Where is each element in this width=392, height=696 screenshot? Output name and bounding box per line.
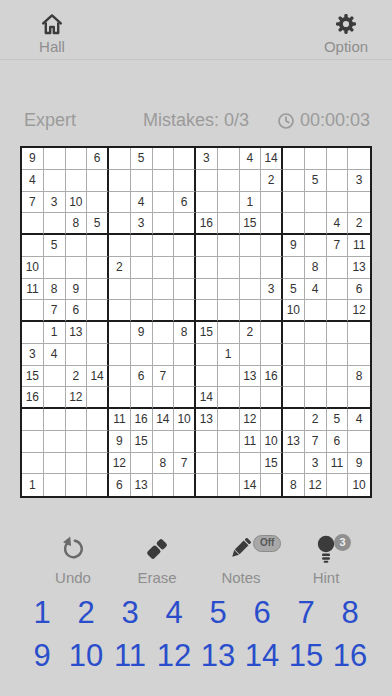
grid-cell[interactable] [174,235,196,257]
grid-cell[interactable] [44,431,66,453]
grid-cell[interactable]: 14 [153,409,175,431]
grid-cell[interactable] [348,431,370,453]
grid-cell[interactable] [109,387,131,409]
grid-cell[interactable] [218,235,240,257]
grid-cell[interactable] [261,300,283,322]
grid-cell[interactable] [44,387,66,409]
grid-cell[interactable]: 8 [283,474,305,496]
grid-cell[interactable] [87,474,109,496]
grid-cell[interactable]: 6 [174,192,196,214]
grid-cell[interactable] [109,300,131,322]
grid-cell[interactable] [218,170,240,192]
grid-cell[interactable]: 1 [240,192,262,214]
grid-cell[interactable]: 5 [283,279,305,301]
grid-cell[interactable]: 5 [131,148,153,170]
grid-cell[interactable] [22,453,44,475]
grid-cell[interactable] [305,344,327,366]
numpad-key-7[interactable]: 7 [284,594,328,630]
grid-cell[interactable] [218,192,240,214]
grid-cell[interactable] [22,431,44,453]
grid-cell[interactable]: 3 [22,344,44,366]
grid-cell[interactable] [305,148,327,170]
grid-cell[interactable]: 16 [196,213,218,235]
grid-cell[interactable] [174,344,196,366]
grid-cell[interactable]: 14 [87,366,109,388]
notes-button[interactable]: Off Notes [209,530,273,586]
grid-cell[interactable] [218,453,240,475]
grid-cell[interactable] [327,279,349,301]
grid-cell[interactable] [44,366,66,388]
grid-cell[interactable] [196,366,218,388]
grid-cell[interactable]: 4 [348,409,370,431]
grid-cell[interactable] [348,148,370,170]
grid-cell[interactable]: 6 [109,474,131,496]
grid-cell[interactable] [261,192,283,214]
grid-cell[interactable]: 1 [44,322,66,344]
grid-cell[interactable] [348,344,370,366]
numpad-key-12[interactable]: 12 [152,637,196,673]
grid-cell[interactable]: 8 [174,322,196,344]
grid-cell[interactable]: 4 [240,148,262,170]
grid-cell[interactable] [305,235,327,257]
grid-cell[interactable] [327,366,349,388]
grid-cell[interactable] [218,279,240,301]
grid-cell[interactable] [218,213,240,235]
grid-cell[interactable]: 3 [348,170,370,192]
sudoku-app: Hall Option Expert Mista [0,0,392,696]
grid-cell[interactable] [153,170,175,192]
grid-cell[interactable] [87,322,109,344]
grid-cell[interactable] [66,431,88,453]
grid-cell[interactable]: 9 [348,453,370,475]
grid-cell[interactable]: 5 [327,409,349,431]
grid-cell[interactable] [153,300,175,322]
grid-cell[interactable]: 4 [131,192,153,214]
eraser-icon [141,533,173,565]
grid-cell[interactable] [44,453,66,475]
grid-cell[interactable] [174,148,196,170]
grid-cell[interactable] [174,170,196,192]
grid-cell[interactable]: 3 [196,148,218,170]
grid-cell[interactable] [240,235,262,257]
grid-cell[interactable]: 9 [131,322,153,344]
hall-label: Hall [22,38,82,55]
grid-cell[interactable] [196,279,218,301]
grid-cell[interactable]: 12 [348,300,370,322]
grid-cell[interactable]: 11 [240,431,262,453]
grid-cell[interactable] [87,170,109,192]
grid-cell[interactable]: 11 [327,453,349,475]
grid-cell[interactable]: 15 [22,366,44,388]
mistakes-counter: Mistakes: 0/3 [143,110,249,131]
undo-button[interactable]: Undo [41,530,105,586]
grid-cell[interactable]: 2 [240,322,262,344]
grid-cell[interactable]: 12 [109,453,131,475]
grid-cell[interactable] [283,344,305,366]
grid-cell[interactable] [131,453,153,475]
grid-cell[interactable] [196,257,218,279]
grid-cell[interactable]: 2 [348,213,370,235]
grid-cell[interactable]: 12 [305,474,327,496]
grid-cell[interactable] [87,453,109,475]
notes-off-badge: Off [253,535,281,552]
grid-cell[interactable] [348,387,370,409]
grid-cell[interactable] [240,300,262,322]
grid-cell[interactable] [66,257,88,279]
grid-cell[interactable] [283,192,305,214]
grid-cell[interactable]: 8 [66,213,88,235]
grid-cell[interactable] [131,235,153,257]
grid-cell[interactable]: 4 [44,344,66,366]
grid-cell[interactable] [261,474,283,496]
grid-cell[interactable]: 14 [261,148,283,170]
grid-cell[interactable] [305,213,327,235]
grid-cell[interactable] [240,170,262,192]
grid-cell[interactable]: 10 [22,257,44,279]
grid-cell[interactable] [240,387,262,409]
grid-cell[interactable] [196,431,218,453]
grid-cell[interactable] [87,431,109,453]
grid-cell[interactable]: 10 [261,431,283,453]
grid-cell[interactable] [131,170,153,192]
grid-cell[interactable]: 8 [153,453,175,475]
grid-cell[interactable]: 8 [44,279,66,301]
numpad-key-5[interactable]: 5 [196,594,240,630]
grid-cell[interactable] [109,148,131,170]
grid-cell[interactable]: 15 [240,213,262,235]
grid-cell[interactable] [109,213,131,235]
grid-cell[interactable] [196,235,218,257]
numpad-key-14[interactable]: 14 [240,637,284,673]
grid-cell[interactable] [44,213,66,235]
grid-cell[interactable]: 9 [66,279,88,301]
grid-cell[interactable] [327,322,349,344]
grid-cell[interactable]: 10 [66,192,88,214]
numpad-key-3[interactable]: 3 [108,594,152,630]
grid-cell[interactable]: 13 [196,409,218,431]
grid-cell[interactable]: 9 [22,148,44,170]
grid-cell[interactable] [44,148,66,170]
grid-cell[interactable] [109,235,131,257]
grid-cell[interactable]: 11 [22,279,44,301]
grid-cell[interactable] [153,235,175,257]
grid-cell[interactable]: 1 [22,474,44,496]
grid-cell[interactable] [44,257,66,279]
numpad-key-16[interactable]: 16 [328,637,372,673]
grid-cell[interactable]: 2 [109,257,131,279]
grid-cell[interactable]: 4 [22,170,44,192]
grid-cell[interactable] [218,409,240,431]
grid-cell[interactable] [153,322,175,344]
grid-cell[interactable] [283,387,305,409]
grid-cell[interactable] [218,300,240,322]
grid-cell[interactable] [218,257,240,279]
grid-cell[interactable] [153,257,175,279]
grid-cell[interactable]: 15 [261,453,283,475]
grid-cell[interactable] [174,366,196,388]
grid-cell[interactable] [305,387,327,409]
grid-cell[interactable]: 11 [109,409,131,431]
numpad-key-2[interactable]: 2 [64,594,108,630]
grid-cell[interactable] [283,366,305,388]
grid-cell[interactable] [22,322,44,344]
grid-cell[interactable] [218,431,240,453]
grid-cell[interactable] [261,344,283,366]
numpad-key-13[interactable]: 13 [196,637,240,673]
grid-cell[interactable] [348,322,370,344]
grid-cell[interactable] [87,279,109,301]
grid-cell[interactable] [66,453,88,475]
grid-cell[interactable]: 13 [240,366,262,388]
numpad-key-4[interactable]: 4 [152,594,196,630]
grid-cell[interactable] [44,474,66,496]
numpad-key-9[interactable]: 9 [20,637,64,673]
grid-cell[interactable] [87,257,109,279]
grid-cell[interactable] [109,322,131,344]
grid-cell[interactable] [153,148,175,170]
grid-cell[interactable] [348,192,370,214]
grid-cell[interactable] [44,409,66,431]
numpad-row-2: 910111213141516 [20,637,372,673]
grid-cell[interactable]: 2 [66,366,88,388]
numpad-key-11[interactable]: 11 [108,637,152,673]
grid-cell[interactable] [174,431,196,453]
hint-button[interactable]: 3 Hint [294,530,358,586]
grid-cell[interactable] [240,279,262,301]
erase-label: Erase [125,569,189,586]
grid-cell[interactable]: 2 [261,170,283,192]
grid-cell[interactable] [327,257,349,279]
grid-cell[interactable]: 10 [348,474,370,496]
grid-cell[interactable] [131,344,153,366]
grid-cell[interactable]: 7 [327,235,349,257]
pencil-icon [225,533,257,565]
grid-cell[interactable] [327,474,349,496]
grid-cell[interactable]: 12 [240,409,262,431]
grid-cell[interactable] [153,474,175,496]
grid-cell[interactable] [327,148,349,170]
grid-cell[interactable] [153,387,175,409]
grid-cell[interactable] [22,409,44,431]
grid-cell[interactable] [131,300,153,322]
grid-cell[interactable] [131,387,153,409]
grid-cell[interactable] [174,213,196,235]
grid-cell[interactable]: 7 [305,431,327,453]
grid-cell[interactable]: 13 [348,257,370,279]
grid-cell[interactable] [109,279,131,301]
grid-cell[interactable] [196,192,218,214]
grid-cell[interactable]: 4 [327,213,349,235]
grid-cell[interactable] [305,366,327,388]
grid-cell[interactable]: 9 [283,235,305,257]
grid-cell[interactable] [66,148,88,170]
grid-cell[interactable]: 3 [44,192,66,214]
grid-cell[interactable]: 16 [261,366,283,388]
grid-cell[interactable] [218,322,240,344]
grid-cell[interactable] [196,474,218,496]
grid-cell[interactable]: 6 [348,279,370,301]
grid-cell[interactable] [327,344,349,366]
grid-cell[interactable]: 7 [22,192,44,214]
grid-cell[interactable] [131,279,153,301]
grid-cell[interactable] [305,300,327,322]
grid-cell[interactable] [174,387,196,409]
grid-cell[interactable]: 12 [66,387,88,409]
grid-cell[interactable]: 8 [305,257,327,279]
grid-cell[interactable] [87,300,109,322]
grid-cell[interactable] [109,366,131,388]
grid-cell[interactable] [153,213,175,235]
grid-cell[interactable] [240,344,262,366]
grid-cell[interactable] [153,192,175,214]
grid-cell[interactable] [305,192,327,214]
grid-cell[interactable]: 6 [87,148,109,170]
grid-cell[interactable]: 3 [261,279,283,301]
grid-cell[interactable] [153,431,175,453]
grid-cell[interactable] [261,257,283,279]
grid-cell[interactable] [22,235,44,257]
grid-cell[interactable] [196,344,218,366]
grid-cell[interactable] [261,322,283,344]
grid-cell[interactable]: 6 [131,366,153,388]
grid-cell[interactable] [22,213,44,235]
grid-cell[interactable] [66,235,88,257]
grid-cell[interactable] [327,300,349,322]
mistakes-label: Mistakes: [143,110,219,130]
grid-cell[interactable] [174,257,196,279]
grid-cell[interactable] [153,279,175,301]
grid-cell[interactable]: 2 [305,409,327,431]
clock-icon [277,112,295,130]
grid-cell[interactable] [87,387,109,409]
grid-cell[interactable] [283,453,305,475]
grid-cell[interactable] [109,344,131,366]
grid-cell[interactable] [87,344,109,366]
grid-cell[interactable] [305,322,327,344]
grid-cell[interactable] [109,192,131,214]
undo-icon [58,534,88,564]
grid-cell[interactable]: 15 [196,322,218,344]
mistakes-value: 0/3 [224,110,249,130]
grid-cell[interactable]: 6 [66,300,88,322]
grid-cell[interactable] [196,453,218,475]
grid-cell[interactable] [66,474,88,496]
top-bar: Hall Option [0,0,392,60]
option-button[interactable]: Option [316,12,376,55]
grid-cell[interactable] [218,387,240,409]
numpad-key-1[interactable]: 1 [20,594,64,630]
grid-cell[interactable] [261,387,283,409]
grid-cell[interactable]: 8 [348,366,370,388]
grid-cell[interactable] [327,170,349,192]
grid-cell[interactable]: 6 [327,431,349,453]
grid-cell[interactable]: 14 [196,387,218,409]
grid-cell[interactable] [261,213,283,235]
grid-cell[interactable] [22,300,44,322]
grid-cell[interactable]: 5 [305,170,327,192]
grid-cell[interactable] [66,344,88,366]
grid-cell[interactable] [283,213,305,235]
grid-cell[interactable] [240,257,262,279]
grid-cell[interactable] [174,474,196,496]
sudoku-board: 9653414425373104618531615425971110281311… [20,146,372,498]
grid-cell[interactable] [87,409,109,431]
grid-cell[interactable]: 13 [283,431,305,453]
gear-icon [316,12,376,36]
numpad-key-10[interactable]: 10 [64,637,108,673]
grid-cell[interactable] [174,279,196,301]
grid-cell[interactable] [218,366,240,388]
grid-cell[interactable]: 3 [305,453,327,475]
grid-cell[interactable] [196,300,218,322]
grid-cell[interactable] [283,148,305,170]
grid-cell[interactable] [327,387,349,409]
numpad-key-8[interactable]: 8 [328,594,372,630]
grid-cell[interactable]: 14 [240,474,262,496]
grid-cell[interactable]: 1 [218,344,240,366]
grid-cell[interactable]: 10 [174,409,196,431]
grid-cell[interactable] [87,192,109,214]
grid-cell[interactable]: 11 [348,235,370,257]
grid-cell[interactable] [153,344,175,366]
grid-cell[interactable]: 5 [44,235,66,257]
grid-cell[interactable] [261,235,283,257]
grid-cell[interactable] [196,170,218,192]
grid-cell[interactable]: 5 [87,213,109,235]
grid-cell[interactable] [327,192,349,214]
grid-cell[interactable]: 16 [22,387,44,409]
grid-cell[interactable]: 13 [131,474,153,496]
notes-label: Notes [209,569,273,586]
grid-cell[interactable] [218,148,240,170]
grid-cell[interactable] [174,300,196,322]
grid-cell[interactable] [283,409,305,431]
grid-cell[interactable] [109,170,131,192]
grid-cell[interactable] [261,409,283,431]
numpad-key-6[interactable]: 6 [240,594,284,630]
numpad-key-15[interactable]: 15 [284,637,328,673]
timer: 00:00:03 [277,110,370,131]
erase-button[interactable]: Erase [125,530,189,586]
grid-cell[interactable] [240,453,262,475]
grid-cell[interactable] [283,170,305,192]
home-icon [22,12,82,36]
grid-cell[interactable]: 10 [283,300,305,322]
grid-cell[interactable]: 15 [131,431,153,453]
grid-cell[interactable]: 7 [44,300,66,322]
grid-cell[interactable] [218,474,240,496]
grid-cell[interactable] [283,257,305,279]
grid-cell[interactable]: 3 [131,213,153,235]
undo-label: Undo [41,569,105,586]
grid-cell[interactable] [66,409,88,431]
grid-cell[interactable]: 7 [153,366,175,388]
hint-count-badge: 3 [334,534,351,551]
grid-cell[interactable] [87,235,109,257]
grid-cell[interactable] [131,257,153,279]
status-row: Expert Mistakes: 0/3 00:00:03 [0,110,392,134]
grid-cell[interactable] [283,322,305,344]
grid-cell[interactable] [66,170,88,192]
grid-cell[interactable]: 13 [66,322,88,344]
grid-cell[interactable]: 4 [305,279,327,301]
grid-cell[interactable]: 7 [174,453,196,475]
grid-cell[interactable]: 9 [109,431,131,453]
numpad-row-1: 12345678 [20,594,372,630]
hall-button[interactable]: Hall [22,12,82,55]
grid-cell[interactable] [44,170,66,192]
grid-cell[interactable]: 16 [131,409,153,431]
